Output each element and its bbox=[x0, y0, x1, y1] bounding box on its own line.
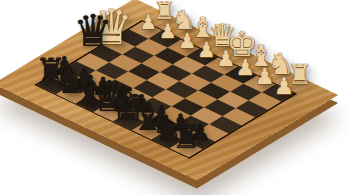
white-pawn[interactable]: ♟ bbox=[255, 66, 275, 88]
white-pawn[interactable]: ♟ bbox=[274, 75, 294, 98]
white-pawn[interactable]: ♟ bbox=[216, 48, 235, 69]
extra-black-queen[interactable]: ♛ bbox=[73, 9, 112, 53]
white-pawn[interactable]: ♟ bbox=[197, 39, 216, 60]
pieces-layer: ♜♞♟♝♟♛♛♛♟♚♟♝♟♞♟♟♜♟♜♟♟♞♟♝♟♛♟♚♟♝♟♞♟♜ bbox=[0, 0, 350, 195]
white-pawn[interactable]: ♟ bbox=[178, 31, 196, 51]
white-pawn[interactable]: ♟ bbox=[159, 22, 177, 42]
white-pawn[interactable]: ♟ bbox=[140, 13, 157, 33]
white-pawn[interactable]: ♟ bbox=[235, 57, 255, 79]
black-rook[interactable]: ♜ bbox=[172, 122, 201, 154]
chess-product-photo-scene: ♜♞♟♝♟♛♛♛♟♚♟♝♟♞♟♟♜♟♜♟♟♞♟♝♟♛♟♚♟♝♟♞♟♜ bbox=[0, 0, 350, 195]
